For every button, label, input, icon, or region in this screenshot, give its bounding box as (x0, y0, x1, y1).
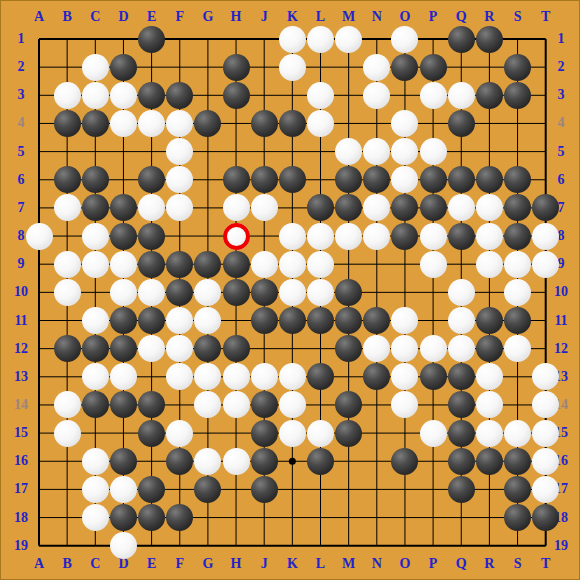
black-stone-P7[interactable] (420, 194, 447, 221)
white-stone-P3[interactable] (420, 82, 447, 109)
white-stone-C16[interactable] (82, 448, 109, 475)
white-stone-E10[interactable] (138, 279, 165, 306)
white-stone-K9[interactable] (279, 251, 306, 278)
white-stone-N2[interactable] (363, 54, 390, 81)
white-stone-L9[interactable] (307, 251, 334, 278)
black-stone-E15[interactable] (138, 420, 165, 447)
column-label-O: O (399, 557, 410, 571)
white-stone-K10[interactable] (279, 279, 306, 306)
white-stone-L10[interactable] (307, 279, 334, 306)
black-stone-S11[interactable] (504, 307, 531, 334)
white-stone-K2[interactable] (279, 54, 306, 81)
white-stone-R15[interactable] (476, 420, 503, 447)
row-label-13: 13 (14, 370, 28, 384)
column-label-F: F (175, 10, 184, 24)
black-stone-Q8[interactable] (448, 223, 475, 250)
column-label-C: C (90, 10, 100, 24)
column-label-D: D (118, 557, 128, 571)
black-stone-P2[interactable] (420, 54, 447, 81)
white-stone-N3[interactable] (363, 82, 390, 109)
column-label-K: K (287, 10, 298, 24)
white-stone-T16[interactable] (532, 448, 559, 475)
white-stone-B15[interactable] (54, 420, 81, 447)
black-stone-L16[interactable] (307, 448, 334, 475)
black-stone-S16[interactable] (504, 448, 531, 475)
white-stone-S12[interactable] (504, 335, 531, 362)
black-stone-S8[interactable] (504, 223, 531, 250)
column-label-G: G (202, 10, 213, 24)
black-stone-O16[interactable] (391, 448, 418, 475)
black-stone-K4[interactable] (279, 110, 306, 137)
white-stone-B10[interactable] (54, 279, 81, 306)
white-stone-O1[interactable] (391, 26, 418, 53)
column-label-F: F (175, 557, 184, 571)
black-stone-R11[interactable] (476, 307, 503, 334)
white-stone-B3[interactable] (54, 82, 81, 109)
white-stone-C3[interactable] (82, 82, 109, 109)
white-stone-J13[interactable] (251, 363, 278, 390)
white-stone-D9[interactable] (110, 251, 137, 278)
black-stone-E18[interactable] (138, 504, 165, 531)
column-label-D: D (118, 10, 128, 24)
black-stone-B4[interactable] (54, 110, 81, 137)
black-stone-S17[interactable] (504, 476, 531, 503)
black-stone-Q1[interactable] (448, 26, 475, 53)
column-label-S: S (514, 10, 522, 24)
black-stone-E1[interactable] (138, 26, 165, 53)
white-stone-H7[interactable] (223, 194, 250, 221)
white-stone-K13[interactable] (279, 363, 306, 390)
row-label-19: 19 (14, 539, 28, 553)
black-stone-L11[interactable] (307, 307, 334, 334)
white-stone-C17[interactable] (82, 476, 109, 503)
black-stone-C7[interactable] (82, 194, 109, 221)
column-label-R: R (484, 557, 494, 571)
row-label-15: 15 (14, 426, 28, 440)
column-label-B: B (62, 10, 71, 24)
column-label-J: J (261, 557, 268, 571)
column-label-H: H (231, 10, 242, 24)
white-stone-R8[interactable] (476, 223, 503, 250)
row-label-7: 7 (18, 201, 25, 215)
row-label-6: 6 (558, 173, 565, 187)
black-stone-D8[interactable] (110, 223, 137, 250)
white-stone-P12[interactable] (420, 335, 447, 362)
column-label-P: P (429, 10, 438, 24)
white-stone-D17[interactable] (110, 476, 137, 503)
white-stone-F4[interactable] (166, 110, 193, 137)
white-stone-J7[interactable] (251, 194, 278, 221)
black-stone-G9[interactable] (194, 251, 221, 278)
white-stone-D10[interactable] (110, 279, 137, 306)
column-label-E: E (147, 10, 156, 24)
go-board-app: ABCDEFGHJKLMNOPQRST ABCDEFGHJKLMNOPQRST … (0, 0, 580, 580)
black-stone-B6[interactable] (54, 166, 81, 193)
row-label-3: 3 (18, 88, 25, 102)
column-label-C: C (90, 557, 100, 571)
column-label-A: A (34, 557, 44, 571)
column-label-Q: Q (456, 557, 467, 571)
white-stone-T8[interactable] (532, 223, 559, 250)
row-label-5: 5 (558, 145, 565, 159)
black-stone-H12[interactable] (223, 335, 250, 362)
black-stone-H10[interactable] (223, 279, 250, 306)
black-stone-R3[interactable] (476, 82, 503, 109)
white-stone-N8[interactable] (363, 223, 390, 250)
black-stone-C4[interactable] (82, 110, 109, 137)
white-stone-S15[interactable] (504, 420, 531, 447)
column-label-E: E (147, 557, 156, 571)
row-label-16: 16 (14, 454, 28, 468)
column-label-L: L (316, 557, 325, 571)
black-stone-Q17[interactable] (448, 476, 475, 503)
row-label-12: 12 (554, 342, 568, 356)
row-label-10: 10 (14, 285, 28, 299)
black-stone-D12[interactable] (110, 335, 137, 362)
white-stone-P9[interactable] (420, 251, 447, 278)
row-label-8: 8 (18, 229, 25, 243)
white-stone-K8[interactable] (279, 223, 306, 250)
black-stone-J6[interactable] (251, 166, 278, 193)
black-stone-E9[interactable] (138, 251, 165, 278)
row-label-10: 10 (554, 285, 568, 299)
row-label-2: 2 (558, 60, 565, 74)
black-stone-F16[interactable] (166, 448, 193, 475)
white-stone-G16[interactable] (194, 448, 221, 475)
white-stone-C18[interactable] (82, 504, 109, 531)
black-stone-J17[interactable] (251, 476, 278, 503)
black-stone-J4[interactable] (251, 110, 278, 137)
black-stone-E17[interactable] (138, 476, 165, 503)
black-stone-P6[interactable] (420, 166, 447, 193)
black-stone-E3[interactable] (138, 82, 165, 109)
row-label-2: 2 (18, 60, 25, 74)
black-stone-Q6[interactable] (448, 166, 475, 193)
black-stone-J10[interactable] (251, 279, 278, 306)
black-stone-Q15[interactable] (448, 420, 475, 447)
row-label-1: 1 (558, 32, 565, 46)
white-stone-S10[interactable] (504, 279, 531, 306)
column-label-P: P (429, 557, 438, 571)
white-stone-E4[interactable] (138, 110, 165, 137)
black-stone-K6[interactable] (279, 166, 306, 193)
black-stone-S2[interactable] (504, 54, 531, 81)
black-stone-F10[interactable] (166, 279, 193, 306)
white-stone-L3[interactable] (307, 82, 334, 109)
white-stone-D4[interactable] (110, 110, 137, 137)
white-stone-J9[interactable] (251, 251, 278, 278)
white-stone-H8[interactable] (223, 223, 250, 250)
row-label-3: 3 (558, 88, 565, 102)
white-stone-M8[interactable] (335, 223, 362, 250)
column-label-H: H (231, 557, 242, 571)
column-label-T: T (541, 557, 550, 571)
black-stone-C6[interactable] (82, 166, 109, 193)
column-label-N: N (372, 557, 382, 571)
row-label-14: 14 (14, 398, 28, 412)
white-stone-B9[interactable] (54, 251, 81, 278)
column-label-T: T (541, 10, 550, 24)
black-stone-Q4[interactable] (448, 110, 475, 137)
white-stone-B14[interactable] (54, 391, 81, 418)
column-label-B: B (62, 557, 71, 571)
white-stone-M1[interactable] (335, 26, 362, 53)
white-stone-P15[interactable] (420, 420, 447, 447)
row-label-11: 11 (554, 314, 567, 328)
white-stone-B7[interactable] (54, 194, 81, 221)
black-stone-Q13[interactable] (448, 363, 475, 390)
white-stone-Q11[interactable] (448, 307, 475, 334)
white-stone-S9[interactable] (504, 251, 531, 278)
white-stone-P5[interactable] (420, 138, 447, 165)
row-label-19: 19 (554, 539, 568, 553)
black-stone-M15[interactable] (335, 420, 362, 447)
black-stone-O8[interactable] (391, 223, 418, 250)
column-label-M: M (342, 10, 355, 24)
black-stone-J15[interactable] (251, 420, 278, 447)
row-label-9: 9 (18, 257, 25, 271)
black-stone-B12[interactable] (54, 335, 81, 362)
white-stone-C8[interactable] (82, 223, 109, 250)
white-stone-L1[interactable] (307, 26, 334, 53)
column-label-G: G (202, 557, 213, 571)
column-label-S: S (514, 557, 522, 571)
black-stone-R1[interactable] (476, 26, 503, 53)
white-stone-D19[interactable] (110, 532, 137, 559)
white-stone-Q10[interactable] (448, 279, 475, 306)
black-stone-J16[interactable] (251, 448, 278, 475)
column-label-M: M (342, 557, 355, 571)
column-label-L: L (316, 10, 325, 24)
black-stone-D11[interactable] (110, 307, 137, 334)
white-stone-A8[interactable] (26, 223, 53, 250)
black-stone-D18[interactable] (110, 504, 137, 531)
row-label-1: 1 (18, 32, 25, 46)
white-stone-K15[interactable] (279, 420, 306, 447)
black-stone-R16[interactable] (476, 448, 503, 475)
white-stone-C2[interactable] (82, 54, 109, 81)
row-label-4: 4 (558, 116, 565, 130)
black-stone-P13[interactable] (420, 363, 447, 390)
white-stone-K1[interactable] (279, 26, 306, 53)
black-stone-C12[interactable] (82, 335, 109, 362)
white-stone-C13[interactable] (82, 363, 109, 390)
white-stone-D3[interactable] (110, 82, 137, 109)
white-stone-P8[interactable] (420, 223, 447, 250)
black-stone-Q14[interactable] (448, 391, 475, 418)
column-label-A: A (34, 10, 44, 24)
white-stone-Q12[interactable] (448, 335, 475, 362)
black-stone-F3[interactable] (166, 82, 193, 109)
white-stone-T17[interactable] (532, 476, 559, 503)
white-stone-H14[interactable] (223, 391, 250, 418)
white-stone-T15[interactable] (532, 420, 559, 447)
black-stone-M11[interactable] (335, 307, 362, 334)
black-stone-R12[interactable] (476, 335, 503, 362)
white-stone-Q3[interactable] (448, 82, 475, 109)
black-stone-E8[interactable] (138, 223, 165, 250)
white-stone-H13[interactable] (223, 363, 250, 390)
row-label-17: 17 (14, 482, 28, 496)
black-stone-S3[interactable] (504, 82, 531, 109)
black-stone-J14[interactable] (251, 391, 278, 418)
white-stone-Q7[interactable] (448, 194, 475, 221)
row-label-12: 12 (14, 342, 28, 356)
column-label-K: K (287, 557, 298, 571)
white-stone-H16[interactable] (223, 448, 250, 475)
white-stone-L4[interactable] (307, 110, 334, 137)
black-stone-O2[interactable] (391, 54, 418, 81)
black-stone-E11[interactable] (138, 307, 165, 334)
white-stone-T9[interactable] (532, 251, 559, 278)
column-label-R: R (484, 10, 494, 24)
black-stone-M10[interactable] (335, 279, 362, 306)
row-label-6: 6 (18, 173, 25, 187)
white-stone-R13[interactable] (476, 363, 503, 390)
black-stone-H9[interactable] (223, 251, 250, 278)
black-stone-J11[interactable] (251, 307, 278, 334)
black-stone-D2[interactable] (110, 54, 137, 81)
black-stone-R6[interactable] (476, 166, 503, 193)
black-stone-S18[interactable] (504, 504, 531, 531)
black-stone-H2[interactable] (223, 54, 250, 81)
black-stone-K11[interactable] (279, 307, 306, 334)
black-stone-Q16[interactable] (448, 448, 475, 475)
column-label-O: O (399, 10, 410, 24)
white-stone-R9[interactable] (476, 251, 503, 278)
black-stone-D16[interactable] (110, 448, 137, 475)
row-label-11: 11 (14, 314, 27, 328)
column-label-J: J (261, 10, 268, 24)
white-stone-C9[interactable] (82, 251, 109, 278)
column-label-Q: Q (456, 10, 467, 24)
row-label-5: 5 (18, 145, 25, 159)
white-stone-F15[interactable] (166, 420, 193, 447)
white-stone-L8[interactable] (307, 223, 334, 250)
star-point (289, 458, 296, 465)
row-label-4: 4 (18, 116, 25, 130)
row-label-18: 18 (14, 511, 28, 525)
black-stone-H3[interactable] (223, 82, 250, 109)
column-label-N: N (372, 10, 382, 24)
black-stone-H6[interactable] (223, 166, 250, 193)
white-stone-L15[interactable] (307, 420, 334, 447)
white-stone-C11[interactable] (82, 307, 109, 334)
black-stone-F9[interactable] (166, 251, 193, 278)
